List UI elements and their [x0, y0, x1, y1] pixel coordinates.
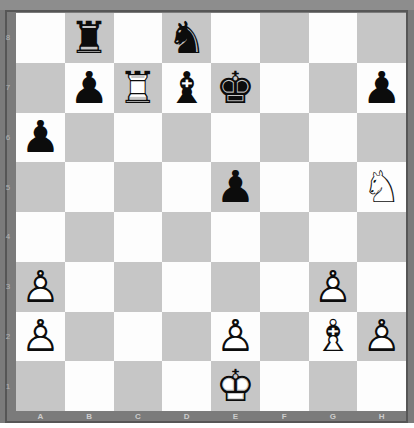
square-b3[interactable] — [65, 262, 114, 312]
square-f8[interactable] — [260, 13, 309, 63]
rank-label-7: 7 — [0, 63, 16, 113]
square-h4[interactable] — [357, 212, 406, 262]
piece-white-pawn-h2: ♟♙ — [362, 314, 401, 358]
square-b5[interactable] — [65, 162, 114, 212]
square-a1[interactable] — [16, 361, 65, 411]
square-c3[interactable] — [114, 262, 163, 312]
bottom-margin — [0, 423, 414, 428]
square-a4[interactable] — [16, 212, 65, 262]
piece-glyph: ♟ — [216, 165, 255, 209]
piece-outline: ♘ — [362, 165, 401, 209]
square-c5[interactable] — [114, 162, 163, 212]
piece-outline: ♙ — [362, 314, 401, 358]
piece-white-knight-h5: ♞♘ — [362, 165, 401, 209]
square-f1[interactable] — [260, 361, 309, 411]
piece-white-bishop-g2: ♝♗ — [313, 314, 352, 358]
square-d3[interactable] — [162, 262, 211, 312]
piece-black-bishop-d7: ♝ — [167, 66, 206, 110]
file-label-B: B — [65, 411, 114, 422]
piece-black-pawn-a6: ♟ — [21, 115, 60, 159]
square-c4[interactable] — [114, 212, 163, 262]
square-e2[interactable]: ♟♙ — [211, 312, 260, 362]
square-g7[interactable] — [309, 63, 358, 113]
piece-outline: ♔ — [216, 364, 255, 408]
square-h8[interactable] — [357, 13, 406, 63]
square-g1[interactable] — [309, 361, 358, 411]
piece-glyph: ♟ — [69, 66, 108, 110]
piece-glyph: ♞ — [167, 16, 206, 60]
square-b2[interactable] — [65, 312, 114, 362]
square-g4[interactable] — [309, 212, 358, 262]
square-b4[interactable] — [65, 212, 114, 262]
file-label-D: D — [162, 411, 211, 422]
square-h5[interactable]: ♞♘ — [357, 162, 406, 212]
square-d1[interactable] — [162, 361, 211, 411]
piece-outline: ♙ — [21, 265, 60, 309]
square-a2[interactable]: ♟♙ — [16, 312, 65, 362]
piece-white-king-e1: ♚♔ — [216, 364, 255, 408]
square-f7[interactable] — [260, 63, 309, 113]
square-c6[interactable] — [114, 113, 163, 163]
piece-white-pawn-e2: ♟♙ — [216, 314, 255, 358]
file-labels: ABCDEFGH — [16, 411, 406, 422]
square-f4[interactable] — [260, 212, 309, 262]
piece-outline: ♖ — [118, 66, 157, 110]
square-e3[interactable] — [211, 262, 260, 312]
square-d8[interactable]: ♞ — [162, 13, 211, 63]
square-e6[interactable] — [211, 113, 260, 163]
square-f5[interactable] — [260, 162, 309, 212]
piece-outline: ♙ — [21, 314, 60, 358]
file-label-E: E — [211, 411, 260, 422]
piece-black-knight-d8: ♞ — [167, 16, 206, 60]
rank-label-4: 4 — [0, 212, 16, 262]
rank-label-1: 1 — [0, 361, 16, 411]
piece-glyph: ♝ — [167, 66, 206, 110]
square-g3[interactable]: ♟♙ — [309, 262, 358, 312]
chess-diagram: ♜♞♟♜♖♝♚♟♟♟♞♘♟♙♟♙♟♙♟♙♝♗♟♙♚♔ 87654321 ABCD… — [0, 0, 414, 428]
square-e1[interactable]: ♚♔ — [211, 361, 260, 411]
square-h2[interactable]: ♟♙ — [357, 312, 406, 362]
chess-board: ♜♞♟♜♖♝♚♟♟♟♞♘♟♙♟♙♟♙♟♙♝♗♟♙♚♔ — [16, 13, 406, 411]
piece-glyph: ♚ — [216, 66, 255, 110]
rank-label-8: 8 — [0, 13, 16, 63]
square-f2[interactable] — [260, 312, 309, 362]
square-c2[interactable] — [114, 312, 163, 362]
piece-outline: ♗ — [313, 314, 352, 358]
piece-black-pawn-e5: ♟ — [216, 165, 255, 209]
piece-glyph: ♟ — [21, 115, 60, 159]
square-c7[interactable]: ♜♖ — [114, 63, 163, 113]
square-a3[interactable]: ♟♙ — [16, 262, 65, 312]
piece-black-rook-b8: ♜ — [69, 16, 108, 60]
square-b1[interactable] — [65, 361, 114, 411]
piece-white-rook-c7: ♜♖ — [118, 66, 157, 110]
square-e4[interactable] — [211, 212, 260, 262]
square-e8[interactable] — [211, 13, 260, 63]
square-h6[interactable] — [357, 113, 406, 163]
square-b6[interactable] — [65, 113, 114, 163]
piece-glyph: ♜ — [69, 16, 108, 60]
square-a6[interactable]: ♟ — [16, 113, 65, 163]
square-b7[interactable]: ♟ — [65, 63, 114, 113]
piece-white-pawn-g3: ♟♙ — [313, 265, 352, 309]
square-g6[interactable] — [309, 113, 358, 163]
file-label-F: F — [260, 411, 309, 422]
square-d7[interactable]: ♝ — [162, 63, 211, 113]
piece-black-pawn-b7: ♟ — [69, 66, 108, 110]
square-e5[interactable]: ♟ — [211, 162, 260, 212]
square-d6[interactable] — [162, 113, 211, 163]
file-label-C: C — [114, 411, 163, 422]
square-g8[interactable] — [309, 13, 358, 63]
rank-label-3: 3 — [0, 262, 16, 312]
square-h3[interactable] — [357, 262, 406, 312]
square-d4[interactable] — [162, 212, 211, 262]
square-d5[interactable] — [162, 162, 211, 212]
square-a5[interactable] — [16, 162, 65, 212]
piece-outline: ♙ — [313, 265, 352, 309]
square-c8[interactable] — [114, 13, 163, 63]
square-a8[interactable] — [16, 13, 65, 63]
rank-label-6: 6 — [0, 113, 16, 163]
piece-glyph: ♟ — [362, 66, 401, 110]
piece-white-pawn-a3: ♟♙ — [21, 265, 60, 309]
square-g5[interactable] — [309, 162, 358, 212]
file-label-A: A — [16, 411, 65, 422]
square-g2[interactable]: ♝♗ — [309, 312, 358, 362]
square-b8[interactable]: ♜ — [65, 13, 114, 63]
square-h1[interactable] — [357, 361, 406, 411]
square-c1[interactable] — [114, 361, 163, 411]
file-label-H: H — [357, 411, 406, 422]
file-label-G: G — [309, 411, 358, 422]
piece-outline: ♙ — [216, 314, 255, 358]
square-f6[interactable] — [260, 113, 309, 163]
piece-black-pawn-h7: ♟ — [362, 66, 401, 110]
square-f3[interactable] — [260, 262, 309, 312]
rank-label-2: 2 — [0, 312, 16, 362]
rank-label-5: 5 — [0, 162, 16, 212]
square-e7[interactable]: ♚ — [211, 63, 260, 113]
piece-black-king-e7: ♚ — [216, 66, 255, 110]
rank-labels: 87654321 — [0, 13, 16, 411]
square-d2[interactable] — [162, 312, 211, 362]
square-a7[interactable] — [16, 63, 65, 113]
piece-white-pawn-a2: ♟♙ — [21, 314, 60, 358]
square-h7[interactable]: ♟ — [357, 63, 406, 113]
